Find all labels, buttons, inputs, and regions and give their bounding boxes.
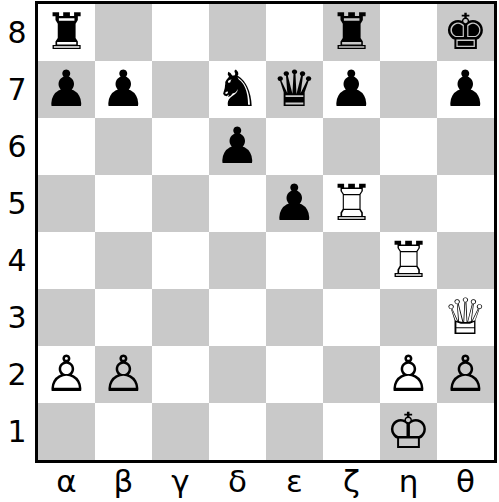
piece-black-pawn[interactable]: ♟ <box>443 64 488 114</box>
square-f4[interactable] <box>323 232 380 289</box>
file-label-e: ε <box>266 460 323 502</box>
file-labels: αβγδεζηθ <box>38 460 494 502</box>
square-a3[interactable] <box>38 289 95 346</box>
square-f2[interactable] <box>323 346 380 403</box>
piece-black-pawn[interactable]: ♟ <box>44 64 89 114</box>
square-h3[interactable]: ♕ <box>437 289 494 346</box>
file-label-g: η <box>380 460 437 502</box>
piece-black-pawn[interactable]: ♟ <box>101 64 146 114</box>
square-e4[interactable] <box>266 232 323 289</box>
square-f8[interactable]: ♜ <box>323 4 380 61</box>
square-e8[interactable] <box>266 4 323 61</box>
square-d3[interactable] <box>209 289 266 346</box>
square-h2[interactable]: ♙ <box>437 346 494 403</box>
file-label-c: γ <box>152 460 209 502</box>
square-g5[interactable] <box>380 175 437 232</box>
square-d8[interactable] <box>209 4 266 61</box>
piece-black-pawn[interactable]: ♟ <box>215 121 260 171</box>
square-h6[interactable] <box>437 118 494 175</box>
square-c3[interactable] <box>152 289 209 346</box>
rank-label-8: 8 <box>0 4 34 61</box>
file-label-a: α <box>38 460 95 502</box>
file-label-d: δ <box>209 460 266 502</box>
piece-white-rook[interactable]: ♖ <box>329 178 374 228</box>
piece-black-pawn[interactable]: ♟ <box>329 64 374 114</box>
square-g6[interactable] <box>380 118 437 175</box>
square-f5[interactable]: ♖ <box>323 175 380 232</box>
square-h8[interactable]: ♚ <box>437 4 494 61</box>
piece-white-queen[interactable]: ♕ <box>443 292 488 342</box>
square-c7[interactable] <box>152 61 209 118</box>
square-a4[interactable] <box>38 232 95 289</box>
square-g7[interactable] <box>380 61 437 118</box>
square-a6[interactable] <box>38 118 95 175</box>
square-e3[interactable] <box>266 289 323 346</box>
square-c6[interactable] <box>152 118 209 175</box>
square-b3[interactable] <box>95 289 152 346</box>
square-c4[interactable] <box>152 232 209 289</box>
square-c5[interactable] <box>152 175 209 232</box>
square-d7[interactable]: ♞ <box>209 61 266 118</box>
square-g1[interactable]: ♔ <box>380 403 437 460</box>
square-a5[interactable] <box>38 175 95 232</box>
square-b1[interactable] <box>95 403 152 460</box>
square-g4[interactable]: ♖ <box>380 232 437 289</box>
square-b4[interactable] <box>95 232 152 289</box>
square-g8[interactable] <box>380 4 437 61</box>
rank-label-6: 6 <box>0 118 34 175</box>
rank-label-4: 4 <box>0 232 34 289</box>
file-label-b: β <box>95 460 152 502</box>
square-a7[interactable]: ♟ <box>38 61 95 118</box>
rank-label-2: 2 <box>0 346 34 403</box>
square-h5[interactable] <box>437 175 494 232</box>
square-c1[interactable] <box>152 403 209 460</box>
square-f3[interactable] <box>323 289 380 346</box>
square-b5[interactable] <box>95 175 152 232</box>
square-a8[interactable]: ♜ <box>38 4 95 61</box>
square-e5[interactable]: ♟ <box>266 175 323 232</box>
square-b6[interactable] <box>95 118 152 175</box>
piece-black-queen[interactable]: ♛ <box>272 64 317 114</box>
square-b7[interactable]: ♟ <box>95 61 152 118</box>
rank-labels: 87654321 <box>0 4 34 460</box>
square-d4[interactable] <box>209 232 266 289</box>
square-d5[interactable] <box>209 175 266 232</box>
square-e7[interactable]: ♛ <box>266 61 323 118</box>
square-c2[interactable] <box>152 346 209 403</box>
piece-black-pawn[interactable]: ♟ <box>272 178 317 228</box>
square-f6[interactable] <box>323 118 380 175</box>
piece-white-pawn[interactable]: ♙ <box>386 349 431 399</box>
piece-white-pawn[interactable]: ♙ <box>443 349 488 399</box>
chess-diagram: 87654321 ♜♜♚♟♟♞♛♟♟♟♟♖♖♕♙♙♙♙♔ αβγδεζηθ <box>0 0 499 502</box>
square-h7[interactable]: ♟ <box>437 61 494 118</box>
square-g2[interactable]: ♙ <box>380 346 437 403</box>
piece-white-pawn[interactable]: ♙ <box>101 349 146 399</box>
square-g3[interactable] <box>380 289 437 346</box>
square-h4[interactable] <box>437 232 494 289</box>
piece-white-king[interactable]: ♔ <box>386 406 431 456</box>
square-h1[interactable] <box>437 403 494 460</box>
piece-white-pawn[interactable]: ♙ <box>44 349 89 399</box>
file-label-h: θ <box>437 460 494 502</box>
piece-black-rook[interactable]: ♜ <box>329 7 374 57</box>
piece-black-knight[interactable]: ♞ <box>215 64 260 114</box>
rank-label-7: 7 <box>0 61 34 118</box>
chess-board: ♜♜♚♟♟♞♛♟♟♟♟♖♖♕♙♙♙♙♔ <box>35 1 497 463</box>
square-d2[interactable] <box>209 346 266 403</box>
square-b8[interactable] <box>95 4 152 61</box>
file-label-f: ζ <box>323 460 380 502</box>
square-e2[interactable] <box>266 346 323 403</box>
square-b2[interactable]: ♙ <box>95 346 152 403</box>
square-f1[interactable] <box>323 403 380 460</box>
square-d6[interactable]: ♟ <box>209 118 266 175</box>
square-a1[interactable] <box>38 403 95 460</box>
square-c8[interactable] <box>152 4 209 61</box>
rank-label-3: 3 <box>0 289 34 346</box>
square-a2[interactable]: ♙ <box>38 346 95 403</box>
square-e1[interactable] <box>266 403 323 460</box>
square-d1[interactable] <box>209 403 266 460</box>
square-e6[interactable] <box>266 118 323 175</box>
piece-black-king[interactable]: ♚ <box>443 7 488 57</box>
rank-label-5: 5 <box>0 175 34 232</box>
piece-black-rook[interactable]: ♜ <box>44 7 89 57</box>
rank-label-1: 1 <box>0 403 34 460</box>
square-f7[interactable]: ♟ <box>323 61 380 118</box>
piece-white-rook[interactable]: ♖ <box>386 235 431 285</box>
